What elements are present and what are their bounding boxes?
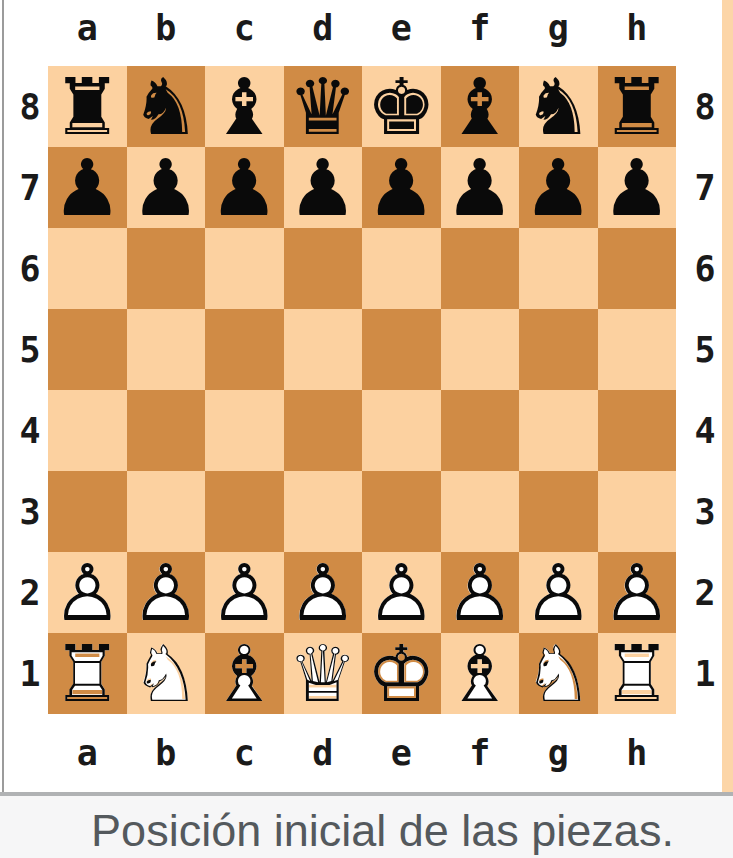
square-b8: ♞	[127, 66, 206, 147]
square-c4	[205, 390, 284, 471]
square-h4	[598, 390, 677, 471]
square-g7: ♟	[519, 147, 598, 228]
square-h1: ♜♖	[598, 633, 677, 714]
square-e7: ♟	[362, 147, 441, 228]
corner-top-right	[676, 0, 722, 66]
square-a4	[48, 390, 127, 471]
corner-top-left	[0, 0, 48, 66]
square-g2: ♟♙	[519, 552, 598, 633]
file-label-top-f: f	[441, 0, 520, 66]
piece-white-rook: ♜♖	[48, 633, 127, 714]
square-h7: ♟	[598, 147, 677, 228]
file-label-top-a: a	[48, 0, 127, 66]
square-e1: ♚♔	[362, 633, 441, 714]
piece-white-king: ♚♔	[362, 633, 441, 714]
file-label-bottom-a: a	[48, 714, 127, 792]
square-d3	[284, 471, 363, 552]
square-d5	[284, 309, 363, 390]
piece-white-pawn: ♟♙	[519, 552, 598, 633]
square-f5	[441, 309, 520, 390]
piece-black-bishop: ♝	[441, 66, 520, 147]
square-g1: ♞♘	[519, 633, 598, 714]
square-g8: ♞	[519, 66, 598, 147]
square-d8: ♛	[284, 66, 363, 147]
square-h6	[598, 228, 677, 309]
file-label-bottom-h: h	[598, 714, 677, 792]
square-f6	[441, 228, 520, 309]
piece-white-pawn: ♟♙	[127, 552, 206, 633]
figure-left-border	[2, 0, 4, 792]
piece-white-queen: ♛♕	[284, 633, 363, 714]
square-d7: ♟	[284, 147, 363, 228]
square-a7: ♟	[48, 147, 127, 228]
piece-black-pawn: ♟	[127, 147, 206, 228]
rank-label-left-5: 5	[0, 309, 48, 390]
piece-white-knight: ♞♘	[519, 633, 598, 714]
square-e8: ♚	[362, 66, 441, 147]
square-g4	[519, 390, 598, 471]
chess-board: abcdefgh8♜♞♝♛♚♝♞♜87♟♟♟♟♟♟♟♟7665544332♟♙♟…	[0, 0, 722, 792]
file-label-bottom-b: b	[127, 714, 206, 792]
piece-white-pawn: ♟♙	[441, 552, 520, 633]
square-e3	[362, 471, 441, 552]
square-c2: ♟♙	[205, 552, 284, 633]
file-label-top-e: e	[362, 0, 441, 66]
piece-black-bishop: ♝	[205, 66, 284, 147]
file-label-top-b: b	[127, 0, 206, 66]
caption-area: Posición inicial de las piezas.	[0, 796, 733, 858]
file-label-bottom-f: f	[441, 714, 520, 792]
square-d2: ♟♙	[284, 552, 363, 633]
piece-white-pawn: ♟♙	[48, 552, 127, 633]
square-f8: ♝	[441, 66, 520, 147]
piece-black-pawn: ♟	[284, 147, 363, 228]
rank-label-right-4: 4	[676, 390, 722, 471]
rank-label-right-5: 5	[676, 309, 722, 390]
piece-white-pawn: ♟♙	[284, 552, 363, 633]
rank-label-right-2: 2	[676, 552, 722, 633]
square-b2: ♟♙	[127, 552, 206, 633]
square-c1: ♝♗	[205, 633, 284, 714]
square-e4	[362, 390, 441, 471]
square-a3	[48, 471, 127, 552]
rank-label-right-6: 6	[676, 228, 722, 309]
file-label-bottom-g: g	[519, 714, 598, 792]
adjacent-diagram-edge	[722, 0, 733, 792]
piece-black-rook: ♜	[48, 66, 127, 147]
corner-bottom-right	[676, 714, 722, 792]
square-f3	[441, 471, 520, 552]
corner-bottom-left	[0, 714, 48, 792]
piece-white-bishop: ♝♗	[205, 633, 284, 714]
file-label-bottom-c: c	[205, 714, 284, 792]
square-f7: ♟	[441, 147, 520, 228]
rank-label-right-3: 3	[676, 471, 722, 552]
square-e2: ♟♙	[362, 552, 441, 633]
square-h8: ♜	[598, 66, 677, 147]
square-h3	[598, 471, 677, 552]
piece-white-pawn: ♟♙	[205, 552, 284, 633]
square-h5	[598, 309, 677, 390]
square-g6	[519, 228, 598, 309]
piece-black-pawn: ♟	[48, 147, 127, 228]
square-d1: ♛♕	[284, 633, 363, 714]
piece-black-rook: ♜	[598, 66, 677, 147]
piece-black-pawn: ♟	[598, 147, 677, 228]
square-b3	[127, 471, 206, 552]
square-b5	[127, 309, 206, 390]
file-label-top-h: h	[598, 0, 677, 66]
square-b4	[127, 390, 206, 471]
file-label-bottom-e: e	[362, 714, 441, 792]
piece-black-pawn: ♟	[362, 147, 441, 228]
square-d4	[284, 390, 363, 471]
piece-black-queen: ♛	[284, 66, 363, 147]
rank-label-left-3: 3	[0, 471, 48, 552]
square-a8: ♜	[48, 66, 127, 147]
piece-black-pawn: ♟	[205, 147, 284, 228]
square-b7: ♟	[127, 147, 206, 228]
rank-label-left-2: 2	[0, 552, 48, 633]
rank-label-right-1: 1	[676, 633, 722, 714]
square-a2: ♟♙	[48, 552, 127, 633]
square-f1: ♝♗	[441, 633, 520, 714]
file-label-top-g: g	[519, 0, 598, 66]
square-h2: ♟♙	[598, 552, 677, 633]
piece-black-knight: ♞	[127, 66, 206, 147]
square-c7: ♟	[205, 147, 284, 228]
piece-black-knight: ♞	[519, 66, 598, 147]
piece-black-king: ♚	[362, 66, 441, 147]
piece-white-pawn: ♟♙	[598, 552, 677, 633]
piece-white-bishop: ♝♗	[441, 633, 520, 714]
square-b6	[127, 228, 206, 309]
file-label-top-c: c	[205, 0, 284, 66]
square-f4	[441, 390, 520, 471]
rank-label-right-8: 8	[676, 66, 722, 147]
page: abcdefgh8♜♞♝♛♚♝♞♜87♟♟♟♟♟♟♟♟7665544332♟♙♟…	[0, 0, 733, 858]
square-c8: ♝	[205, 66, 284, 147]
square-a1: ♜♖	[48, 633, 127, 714]
square-a5	[48, 309, 127, 390]
file-label-bottom-d: d	[284, 714, 363, 792]
square-e6	[362, 228, 441, 309]
file-label-top-d: d	[284, 0, 363, 66]
square-f2: ♟♙	[441, 552, 520, 633]
rank-label-right-7: 7	[676, 147, 722, 228]
square-c6	[205, 228, 284, 309]
piece-white-knight: ♞♘	[127, 633, 206, 714]
square-c3	[205, 471, 284, 552]
square-c5	[205, 309, 284, 390]
piece-white-pawn: ♟♙	[362, 552, 441, 633]
square-e5	[362, 309, 441, 390]
piece-black-pawn: ♟	[441, 147, 520, 228]
rank-label-left-6: 6	[0, 228, 48, 309]
square-g5	[519, 309, 598, 390]
rank-label-left-7: 7	[0, 147, 48, 228]
square-g3	[519, 471, 598, 552]
square-a6	[48, 228, 127, 309]
square-d6	[284, 228, 363, 309]
square-b1: ♞♘	[127, 633, 206, 714]
figure-caption: Posición inicial de las piezas.	[91, 808, 674, 853]
rank-label-left-8: 8	[0, 66, 48, 147]
rank-label-left-1: 1	[0, 633, 48, 714]
piece-black-pawn: ♟	[519, 147, 598, 228]
rank-label-left-4: 4	[0, 390, 48, 471]
piece-white-rook: ♜♖	[598, 633, 677, 714]
